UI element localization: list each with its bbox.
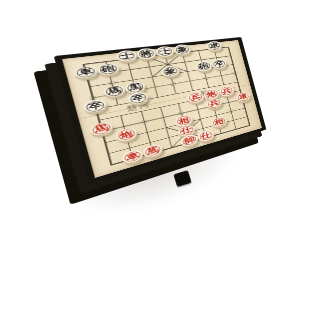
piece-black-cannon[interactable]: 砲: [97, 63, 120, 77]
piece-black-elephant[interactable]: 象: [173, 44, 191, 55]
piece-red-chariot[interactable]: 車: [121, 148, 143, 164]
piece-black-soldier[interactable]: 卒: [211, 58, 227, 69]
piece-red-elephant[interactable]: 相: [211, 116, 228, 129]
piece-red-horse[interactable]: 馬: [142, 143, 163, 159]
product-photo: 楚河 漢界 士將士象車車砲象砲卒馬馬卒卒兵炮兵馬兵車炮相仕相車馬帥仕: [0, 0, 320, 320]
piece-red-advisor[interactable]: 仕: [197, 129, 215, 143]
piece-red-cannon[interactable]: 炮: [115, 127, 138, 143]
piece-black-soldier[interactable]: 卒: [83, 99, 108, 114]
piece-red-soldier[interactable]: 兵: [219, 85, 235, 97]
piece-black-general[interactable]: 將: [136, 48, 157, 60]
piece-black-advisor[interactable]: 士: [155, 46, 174, 58]
piece-red-soldier[interactable]: 兵: [187, 91, 205, 104]
piece-black-elephant[interactable]: 象: [161, 65, 180, 77]
piece-black-soldier[interactable]: 卒: [127, 91, 149, 105]
piece-red-chariot[interactable]: 車: [236, 91, 251, 103]
piece-black-horse[interactable]: 馬: [103, 84, 126, 98]
piece-black-cannon[interactable]: 砲: [195, 61, 212, 72]
piece-black-chariot[interactable]: 車: [73, 65, 98, 79]
piece-red-horse[interactable]: 馬: [89, 121, 113, 137]
piece-black-chariot[interactable]: 車: [206, 41, 222, 52]
piece-black-advisor[interactable]: 士: [116, 50, 138, 63]
